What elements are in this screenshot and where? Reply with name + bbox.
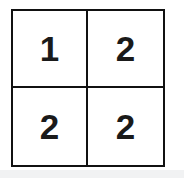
puzzle-grid: 1 2 2 2 [11,9,165,167]
cell-r1c0[interactable]: 2 [13,88,88,165]
cell-r0c1[interactable]: 2 [88,11,163,88]
bottom-strip [0,170,184,178]
cell-r1c1[interactable]: 2 [88,88,163,165]
cell-r0c0[interactable]: 1 [13,11,88,88]
